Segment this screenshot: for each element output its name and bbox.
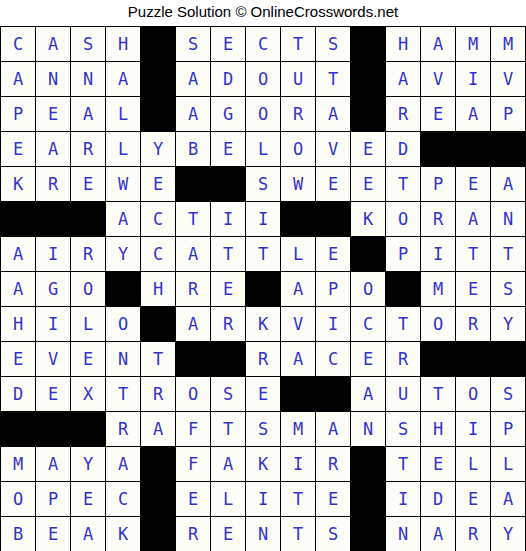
letter-cell: E [316, 482, 350, 516]
letter-cell: Y [491, 517, 525, 551]
block-cell [246, 272, 280, 306]
letter-cell: H [106, 27, 140, 61]
letter-cell: A [316, 97, 350, 131]
block-cell [281, 377, 315, 411]
letter-cell: O [246, 97, 280, 131]
letter-cell: E [36, 97, 70, 131]
letter-cell: I [281, 447, 315, 481]
letter-cell: B [1, 517, 35, 551]
letter-cell: P [1, 97, 35, 131]
letter-cell: T [316, 62, 350, 96]
letter-cell: Y [491, 307, 525, 341]
letter-cell: P [36, 482, 70, 516]
letter-cell: I [246, 202, 280, 236]
letter-cell: A [386, 62, 420, 96]
letter-cell: T [246, 237, 280, 271]
block-cell [491, 342, 525, 376]
letter-cell: C [106, 482, 140, 516]
letter-cell: E [316, 167, 350, 201]
letter-cell: L [246, 132, 280, 166]
letter-cell: A [211, 447, 245, 481]
letter-cell: S [386, 412, 420, 446]
letter-cell: I [246, 482, 280, 516]
letter-cell: A [176, 307, 210, 341]
block-cell [351, 447, 385, 481]
letter-cell: L [106, 132, 140, 166]
letter-cell: R [386, 97, 420, 131]
letter-cell: L [211, 482, 245, 516]
block-cell [211, 167, 245, 201]
letter-cell: A [351, 377, 385, 411]
block-cell [141, 447, 175, 481]
letter-cell: E [71, 482, 105, 516]
letter-cell: T [176, 202, 210, 236]
letter-cell: D [386, 132, 420, 166]
letter-cell: I [456, 62, 490, 96]
letter-cell: C [246, 27, 280, 61]
crossword-grid: CASHSECTSHAMMANNAADOUTAVIVPEALAGORAREAPE… [0, 26, 526, 551]
block-cell [106, 272, 140, 306]
letter-cell: S [246, 412, 280, 446]
letter-cell: A [491, 167, 525, 201]
letter-cell: W [281, 167, 315, 201]
block-cell [456, 342, 490, 376]
letter-cell: T [386, 167, 420, 201]
letter-cell: B [176, 132, 210, 166]
letter-cell: N [386, 517, 420, 551]
letter-cell: K [106, 517, 140, 551]
letter-cell: A [456, 202, 490, 236]
letter-cell: P [421, 167, 455, 201]
letter-cell: O [176, 377, 210, 411]
letter-cell: S [211, 377, 245, 411]
block-cell [316, 377, 350, 411]
block-cell [456, 132, 490, 166]
letter-cell: A [456, 97, 490, 131]
letter-cell: F [176, 447, 210, 481]
letter-cell: P [386, 237, 420, 271]
letter-cell: A [176, 97, 210, 131]
letter-cell: R [106, 412, 140, 446]
letter-cell: E [211, 132, 245, 166]
letter-cell: G [211, 97, 245, 131]
letter-cell: A [36, 447, 70, 481]
letter-cell: Y [141, 132, 175, 166]
block-cell [141, 62, 175, 96]
letter-cell: V [36, 342, 70, 376]
block-cell [36, 412, 70, 446]
letter-cell: E [141, 167, 175, 201]
puzzle-solution-page: Puzzle Solution © OnlineCrosswords.net C… [0, 0, 526, 551]
letter-cell: K [246, 307, 280, 341]
letter-cell: R [456, 307, 490, 341]
letter-cell: E [211, 272, 245, 306]
letter-cell: M [281, 412, 315, 446]
letter-cell: R [141, 377, 175, 411]
letter-cell: C [351, 307, 385, 341]
block-cell [351, 237, 385, 271]
letter-cell: N [106, 342, 140, 376]
letter-cell: Y [106, 237, 140, 271]
letter-cell: E [351, 167, 385, 201]
letter-cell: L [106, 97, 140, 131]
letter-cell: O [71, 272, 105, 306]
letter-cell: E [316, 237, 350, 271]
letter-cell: R [456, 517, 490, 551]
letter-cell: E [36, 377, 70, 411]
letter-cell: K [1, 167, 35, 201]
letter-cell: T [386, 447, 420, 481]
letter-cell: A [1, 62, 35, 96]
letter-cell: V [421, 62, 455, 96]
letter-cell: A [106, 202, 140, 236]
letter-cell: L [281, 237, 315, 271]
letter-cell: K [246, 447, 280, 481]
letter-cell: M [491, 27, 525, 61]
letter-cell: A [141, 412, 175, 446]
letter-cell: H [1, 307, 35, 341]
letter-cell: D [211, 62, 245, 96]
block-cell [421, 132, 455, 166]
letter-cell: R [316, 447, 350, 481]
letter-cell: I [36, 307, 70, 341]
letter-cell: E [421, 447, 455, 481]
letter-cell: A [421, 27, 455, 61]
letter-cell: S [491, 272, 525, 306]
letter-cell: P [491, 97, 525, 131]
letter-cell: E [351, 342, 385, 376]
letter-cell: N [246, 517, 280, 551]
block-cell [386, 272, 420, 306]
letter-cell: U [386, 377, 420, 411]
letter-cell: P [316, 272, 350, 306]
letter-cell: T [386, 307, 420, 341]
letter-cell: E [456, 482, 490, 516]
letter-cell: V [491, 62, 525, 96]
letter-cell: O [106, 307, 140, 341]
letter-cell: C [141, 202, 175, 236]
letter-cell: I [316, 307, 350, 341]
letter-cell: S [316, 517, 350, 551]
letter-cell: D [421, 482, 455, 516]
block-cell [141, 27, 175, 61]
letter-cell: N [36, 62, 70, 96]
block-cell [71, 412, 105, 446]
letter-cell: R [176, 272, 210, 306]
letter-cell: I [211, 202, 245, 236]
letter-cell: T [211, 412, 245, 446]
letter-cell: A [421, 517, 455, 551]
block-cell [141, 482, 175, 516]
letter-cell: E [456, 167, 490, 201]
block-cell [316, 202, 350, 236]
letter-cell: L [71, 307, 105, 341]
letter-cell: E [1, 342, 35, 376]
letter-cell: A [316, 412, 350, 446]
letter-cell: A [176, 237, 210, 271]
letter-cell: A [36, 27, 70, 61]
letter-cell: O [456, 377, 490, 411]
letter-cell: A [71, 97, 105, 131]
block-cell [351, 482, 385, 516]
letter-cell: E [421, 97, 455, 131]
letter-cell: L [491, 447, 525, 481]
letter-cell: T [281, 517, 315, 551]
letter-cell: E [71, 342, 105, 376]
letter-cell: E [71, 167, 105, 201]
block-cell [351, 27, 385, 61]
letter-cell: R [36, 167, 70, 201]
letter-cell: R [386, 342, 420, 376]
block-cell [351, 62, 385, 96]
letter-cell: E [246, 377, 280, 411]
letter-cell: V [316, 132, 350, 166]
letter-cell: M [421, 272, 455, 306]
block-cell [141, 517, 175, 551]
block-cell [71, 202, 105, 236]
letter-cell: A [1, 237, 35, 271]
letter-cell: T [106, 377, 140, 411]
letter-cell: R [211, 307, 245, 341]
letter-cell: H [421, 412, 455, 446]
letter-cell: S [176, 27, 210, 61]
letter-cell: A [71, 517, 105, 551]
letter-cell: S [316, 27, 350, 61]
letter-cell: T [141, 342, 175, 376]
letter-cell: T [281, 482, 315, 516]
letter-cell: A [36, 132, 70, 166]
letter-cell: E [211, 27, 245, 61]
letter-cell: Y [71, 447, 105, 481]
letter-cell: I [421, 237, 455, 271]
letter-cell: C [1, 27, 35, 61]
letter-cell: T [491, 237, 525, 271]
block-cell [351, 517, 385, 551]
block-cell [176, 342, 210, 376]
letter-cell: T [281, 27, 315, 61]
letter-cell: S [246, 167, 280, 201]
letter-cell: I [386, 482, 420, 516]
letter-cell: R [246, 342, 280, 376]
letter-cell: E [351, 132, 385, 166]
letter-cell: N [351, 412, 385, 446]
letter-cell: F [176, 412, 210, 446]
letter-cell: O [351, 272, 385, 306]
block-cell [491, 132, 525, 166]
letter-cell: E [211, 517, 245, 551]
letter-cell: R [71, 132, 105, 166]
letter-cell: O [281, 132, 315, 166]
letter-cell: A [106, 447, 140, 481]
page-title: Puzzle Solution © OnlineCrosswords.net [0, 0, 526, 26]
letter-cell: A [281, 272, 315, 306]
letter-cell: R [421, 202, 455, 236]
letter-cell: U [281, 62, 315, 96]
letter-cell: V [281, 307, 315, 341]
letter-cell: C [141, 237, 175, 271]
block-cell [141, 307, 175, 341]
block-cell [141, 97, 175, 131]
letter-cell: T [421, 377, 455, 411]
letter-cell: A [106, 62, 140, 96]
letter-cell: S [71, 27, 105, 61]
letter-cell: D [1, 377, 35, 411]
letter-cell: A [176, 62, 210, 96]
letter-cell: W [106, 167, 140, 201]
letter-cell: A [1, 272, 35, 306]
letter-cell: T [456, 237, 490, 271]
letter-cell: N [71, 62, 105, 96]
letter-cell: A [281, 342, 315, 376]
block-cell [351, 97, 385, 131]
letter-cell: H [141, 272, 175, 306]
letter-cell: M [456, 27, 490, 61]
block-cell [1, 412, 35, 446]
letter-cell: M [1, 447, 35, 481]
block-cell [211, 342, 245, 376]
block-cell [176, 167, 210, 201]
block-cell [281, 202, 315, 236]
block-cell [1, 202, 35, 236]
letter-cell: O [246, 62, 280, 96]
letter-cell: L [456, 447, 490, 481]
letter-cell: R [176, 517, 210, 551]
letter-cell: T [211, 237, 245, 271]
letter-cell: O [386, 202, 420, 236]
letter-cell: E [1, 132, 35, 166]
block-cell [421, 342, 455, 376]
block-cell [36, 202, 70, 236]
letter-cell: R [71, 237, 105, 271]
letter-cell: H [386, 27, 420, 61]
letter-cell: O [421, 307, 455, 341]
letter-cell: G [36, 272, 70, 306]
letter-cell: E [36, 517, 70, 551]
letter-cell: A [491, 482, 525, 516]
letter-cell: K [351, 202, 385, 236]
letter-cell: I [36, 237, 70, 271]
letter-cell: C [316, 342, 350, 376]
letter-cell: O [1, 482, 35, 516]
letter-cell: X [71, 377, 105, 411]
letter-cell: I [456, 412, 490, 446]
letter-cell: E [456, 272, 490, 306]
letter-cell: E [176, 482, 210, 516]
letter-cell: N [491, 202, 525, 236]
letter-cell: R [281, 97, 315, 131]
letter-cell: P [491, 412, 525, 446]
letter-cell: S [491, 377, 525, 411]
